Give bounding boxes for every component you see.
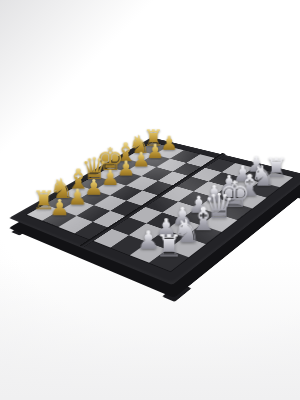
silver-rook-glyph: ♜ <box>155 231 182 262</box>
gold-pawn-glyph: ♟ <box>67 187 87 209</box>
chess-board: ♜♞♝♛♚♝♞♜♟♟♟♟♟♟♟♟♟♟♟♟♟♟♟♟♜♞♝♛♚♝♞♜ <box>27 143 293 272</box>
photo-scene: Folding magnetic travel chess set on a w… <box>0 0 300 400</box>
gold-pawn-glyph: ♟ <box>49 197 69 219</box>
